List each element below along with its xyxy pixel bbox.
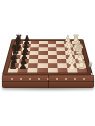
board-squares: [8, 41, 88, 73]
square: [48, 68, 58, 73]
square: [77, 68, 88, 73]
square: [28, 68, 38, 73]
chess-board: [2, 39, 93, 75]
square: [57, 68, 67, 73]
board-front-edge: [2, 75, 94, 88]
metal-clasp: [88, 61, 91, 66]
fold-seam: [48, 75, 49, 88]
board-frame: [2, 39, 93, 75]
chess-set-photo: ♜♟♟♜♞♟♟♞♝♟♟♝♚♟♟♚♛♟♟♛♝♟♟♝♞♟♟♞♜♟♟♜: [0, 0, 95, 126]
square: [38, 68, 48, 73]
